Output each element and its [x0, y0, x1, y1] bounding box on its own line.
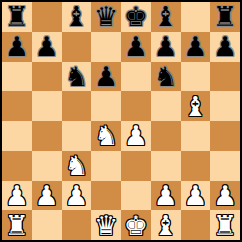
- piece-white-pawn[interactable]: ♟: [5, 182, 29, 209]
- square-f5[interactable]: [151, 91, 181, 121]
- square-e5[interactable]: [121, 91, 151, 121]
- square-h5[interactable]: [210, 91, 240, 121]
- square-f1[interactable]: ♝: [151, 210, 181, 240]
- square-h1[interactable]: ♜: [210, 210, 240, 240]
- piece-white-knight[interactable]: ♞: [94, 122, 118, 149]
- square-h3[interactable]: [210, 151, 240, 181]
- piece-black-pawn[interactable]: ♟: [154, 33, 178, 60]
- square-g5[interactable]: ♝: [181, 91, 211, 121]
- piece-black-pawn[interactable]: ♟: [183, 33, 207, 60]
- square-c6[interactable]: ♞: [62, 62, 92, 92]
- square-d7[interactable]: [91, 32, 121, 62]
- piece-black-pawn[interactable]: ♟: [213, 33, 237, 60]
- square-b5[interactable]: [32, 91, 62, 121]
- square-g3[interactable]: [181, 151, 211, 181]
- square-e2[interactable]: [121, 181, 151, 211]
- square-a6[interactable]: [2, 62, 32, 92]
- square-b3[interactable]: [32, 151, 62, 181]
- square-e1[interactable]: ♚: [121, 210, 151, 240]
- square-c1[interactable]: [62, 210, 92, 240]
- square-f4[interactable]: [151, 121, 181, 151]
- piece-black-pawn[interactable]: ♟: [124, 33, 148, 60]
- square-f7[interactable]: ♟: [151, 32, 181, 62]
- square-a5[interactable]: [2, 91, 32, 121]
- square-a1[interactable]: ♜: [2, 210, 32, 240]
- square-h4[interactable]: [210, 121, 240, 151]
- square-h7[interactable]: ♟: [210, 32, 240, 62]
- piece-white-bishop[interactable]: ♝: [183, 93, 207, 120]
- piece-black-bishop[interactable]: ♝: [64, 3, 88, 30]
- piece-black-bishop[interactable]: ♝: [154, 3, 178, 30]
- square-b1[interactable]: [32, 210, 62, 240]
- square-g8[interactable]: [181, 2, 211, 32]
- square-d3[interactable]: [91, 151, 121, 181]
- square-b4[interactable]: [32, 121, 62, 151]
- piece-white-bishop[interactable]: ♝: [154, 212, 178, 239]
- piece-white-pawn[interactable]: ♟: [183, 182, 207, 209]
- piece-black-pawn[interactable]: ♟: [94, 63, 118, 90]
- square-d5[interactable]: [91, 91, 121, 121]
- piece-black-rook[interactable]: ♜: [213, 3, 237, 30]
- piece-white-pawn[interactable]: ♟: [64, 182, 88, 209]
- piece-white-king[interactable]: ♚: [124, 212, 148, 239]
- square-f8[interactable]: ♝: [151, 2, 181, 32]
- square-c7[interactable]: [62, 32, 92, 62]
- square-c5[interactable]: [62, 91, 92, 121]
- piece-black-rook[interactable]: ♜: [5, 3, 29, 30]
- square-g1[interactable]: [181, 210, 211, 240]
- piece-white-pawn[interactable]: ♟: [124, 122, 148, 149]
- square-h2[interactable]: ♟: [210, 181, 240, 211]
- square-b7[interactable]: ♟: [32, 32, 62, 62]
- chess-board: ♜♝♛♚♝♜♟♟♟♟♟♟♞♟♞♝♞♟♞♟♟♟♟♟♟♜♛♚♝♜: [0, 0, 242, 242]
- square-d2[interactable]: [91, 181, 121, 211]
- square-a4[interactable]: [2, 121, 32, 151]
- piece-black-pawn[interactable]: ♟: [35, 33, 59, 60]
- square-d1[interactable]: ♛: [91, 210, 121, 240]
- square-g6[interactable]: [181, 62, 211, 92]
- square-d4[interactable]: ♞: [91, 121, 121, 151]
- square-e7[interactable]: ♟: [121, 32, 151, 62]
- square-d6[interactable]: ♟: [91, 62, 121, 92]
- square-a8[interactable]: ♜: [2, 2, 32, 32]
- square-e6[interactable]: [121, 62, 151, 92]
- piece-white-rook[interactable]: ♜: [5, 212, 29, 239]
- square-f3[interactable]: [151, 151, 181, 181]
- square-d8[interactable]: ♛: [91, 2, 121, 32]
- piece-black-knight[interactable]: ♞: [154, 63, 178, 90]
- square-g7[interactable]: ♟: [181, 32, 211, 62]
- square-f6[interactable]: ♞: [151, 62, 181, 92]
- square-b6[interactable]: [32, 62, 62, 92]
- square-a7[interactable]: ♟: [2, 32, 32, 62]
- square-g4[interactable]: [181, 121, 211, 151]
- square-c3[interactable]: ♞: [62, 151, 92, 181]
- square-h8[interactable]: ♜: [210, 2, 240, 32]
- square-b8[interactable]: [32, 2, 62, 32]
- square-e3[interactable]: [121, 151, 151, 181]
- piece-black-king[interactable]: ♚: [124, 3, 148, 30]
- square-c2[interactable]: ♟: [62, 181, 92, 211]
- square-g2[interactable]: ♟: [181, 181, 211, 211]
- piece-black-knight[interactable]: ♞: [64, 63, 88, 90]
- square-c8[interactable]: ♝: [62, 2, 92, 32]
- square-a3[interactable]: [2, 151, 32, 181]
- piece-black-pawn[interactable]: ♟: [5, 33, 29, 60]
- piece-white-queen[interactable]: ♛: [94, 212, 118, 239]
- square-b2[interactable]: ♟: [32, 181, 62, 211]
- square-e4[interactable]: ♟: [121, 121, 151, 151]
- piece-white-pawn[interactable]: ♟: [154, 182, 178, 209]
- square-f2[interactable]: ♟: [151, 181, 181, 211]
- piece-white-pawn[interactable]: ♟: [213, 182, 237, 209]
- piece-white-rook[interactable]: ♜: [213, 212, 237, 239]
- square-a2[interactable]: ♟: [2, 181, 32, 211]
- square-h6[interactable]: [210, 62, 240, 92]
- piece-black-queen[interactable]: ♛: [94, 3, 118, 30]
- square-e8[interactable]: ♚: [121, 2, 151, 32]
- piece-white-pawn[interactable]: ♟: [35, 182, 59, 209]
- square-c4[interactable]: [62, 121, 92, 151]
- piece-white-knight[interactable]: ♞: [64, 152, 88, 179]
